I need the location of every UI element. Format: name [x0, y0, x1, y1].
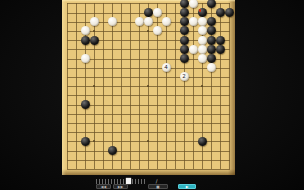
board-cell[interactable]: [162, 17, 171, 26]
board-cell[interactable]: [108, 146, 117, 155]
board-cell[interactable]: [99, 91, 108, 100]
board-cell[interactable]: [135, 146, 144, 155]
board-cell[interactable]: [135, 63, 144, 72]
board-cell[interactable]: [189, 81, 198, 90]
board-cell[interactable]: [153, 63, 162, 72]
board-cell[interactable]: [225, 8, 234, 17]
board-cell[interactable]: [189, 45, 198, 54]
board-cell[interactable]: [216, 155, 225, 164]
board-cell[interactable]: [117, 8, 126, 17]
board-cell[interactable]: [72, 81, 81, 90]
board-cell[interactable]: [144, 81, 153, 90]
board-cell[interactable]: [117, 81, 126, 90]
board-cell[interactable]: [72, 0, 81, 8]
board-cell[interactable]: [126, 26, 135, 35]
board-cell[interactable]: [126, 155, 135, 164]
board-cell[interactable]: [216, 137, 225, 146]
board-cell[interactable]: [153, 0, 162, 8]
board-cell[interactable]: [225, 100, 234, 109]
board-cell[interactable]: [171, 100, 180, 109]
board-cell[interactable]: [207, 8, 216, 17]
board-cell[interactable]: [135, 81, 144, 90]
board-cell[interactable]: [117, 164, 126, 173]
board-cell[interactable]: [216, 109, 225, 118]
board-cell[interactable]: [171, 8, 180, 17]
go-board[interactable]: 42: [62, 0, 235, 175]
board-cell[interactable]: [189, 17, 198, 26]
board-cell[interactable]: [144, 54, 153, 63]
board-cell[interactable]: [207, 146, 216, 155]
board-cell[interactable]: [153, 137, 162, 146]
board-cell[interactable]: [117, 45, 126, 54]
board-cell[interactable]: [153, 17, 162, 26]
board-cell[interactable]: [72, 146, 81, 155]
board-cell[interactable]: [90, 72, 99, 81]
board-cell[interactable]: [207, 127, 216, 136]
board-cell[interactable]: [90, 54, 99, 63]
board-cell[interactable]: [63, 63, 72, 72]
board-cell[interactable]: [108, 81, 117, 90]
board-cell[interactable]: [162, 0, 171, 8]
board-cell[interactable]: [72, 72, 81, 81]
board-cell[interactable]: [81, 35, 90, 44]
board-cell[interactable]: [225, 0, 234, 8]
board-cell[interactable]: [99, 26, 108, 35]
board-cell[interactable]: [189, 72, 198, 81]
board-cell[interactable]: [216, 91, 225, 100]
board-cell[interactable]: [99, 146, 108, 155]
board-cell[interactable]: [126, 35, 135, 44]
board-cell[interactable]: [135, 8, 144, 17]
board-cell[interactable]: [162, 146, 171, 155]
board-cell[interactable]: [135, 91, 144, 100]
board-cell[interactable]: [99, 54, 108, 63]
board-cell[interactable]: [189, 100, 198, 109]
board-cell[interactable]: [171, 137, 180, 146]
board-cell[interactable]: [90, 100, 99, 109]
board-cell[interactable]: [225, 164, 234, 173]
board-cell[interactable]: [144, 45, 153, 54]
board-cell[interactable]: [189, 127, 198, 136]
board-cell[interactable]: [180, 100, 189, 109]
board-cell[interactable]: [135, 17, 144, 26]
board-cell[interactable]: [81, 26, 90, 35]
board-cell[interactable]: [72, 127, 81, 136]
board-cell[interactable]: [126, 45, 135, 54]
board-cell[interactable]: [198, 0, 207, 8]
board-cell[interactable]: [63, 72, 72, 81]
board-cell[interactable]: [108, 164, 117, 173]
board-cell[interactable]: [72, 109, 81, 118]
board-cell[interactable]: [81, 63, 90, 72]
board-cell[interactable]: [153, 127, 162, 136]
board-cell[interactable]: [99, 127, 108, 136]
board-cell[interactable]: [162, 8, 171, 17]
board-cell[interactable]: [216, 0, 225, 8]
board-cell[interactable]: [135, 35, 144, 44]
board-cell[interactable]: [171, 146, 180, 155]
board-cell[interactable]: [207, 81, 216, 90]
board-cell[interactable]: [198, 146, 207, 155]
board-cell[interactable]: [81, 17, 90, 26]
board-cell[interactable]: [189, 54, 198, 63]
board-cell[interactable]: [180, 0, 189, 8]
board-cell[interactable]: [126, 127, 135, 136]
board-cell[interactable]: [81, 109, 90, 118]
board-cell[interactable]: [216, 127, 225, 136]
board-cell[interactable]: [90, 91, 99, 100]
board-cell[interactable]: [207, 63, 216, 72]
board-cell[interactable]: [117, 26, 126, 35]
board-cell[interactable]: [162, 100, 171, 109]
board-cell[interactable]: [63, 54, 72, 63]
board-cell[interactable]: [198, 63, 207, 72]
board-cell[interactable]: [135, 127, 144, 136]
board-cell[interactable]: [90, 127, 99, 136]
board-cell[interactable]: [90, 45, 99, 54]
board-cell[interactable]: [162, 54, 171, 63]
board-cell[interactable]: [135, 45, 144, 54]
board-cell[interactable]: [72, 164, 81, 173]
board-cell[interactable]: [126, 54, 135, 63]
board-cell[interactable]: [117, 155, 126, 164]
board-cell[interactable]: [198, 26, 207, 35]
board-cell[interactable]: [90, 26, 99, 35]
board-cell[interactable]: [225, 118, 234, 127]
board-cell[interactable]: [126, 100, 135, 109]
board-cell[interactable]: [63, 155, 72, 164]
board-cell[interactable]: [171, 17, 180, 26]
board-cell[interactable]: [144, 137, 153, 146]
board-cell[interactable]: [207, 17, 216, 26]
board-cell[interactable]: [207, 0, 216, 8]
board-cell[interactable]: [153, 100, 162, 109]
board-cell[interactable]: [63, 8, 72, 17]
board-cell[interactable]: [171, 26, 180, 35]
board-cell[interactable]: [153, 146, 162, 155]
board-cell[interactable]: [126, 0, 135, 8]
play-button[interactable]: ▶: [178, 184, 196, 189]
board-cell[interactable]: [189, 155, 198, 164]
board-cell[interactable]: [81, 8, 90, 17]
board-cell[interactable]: [180, 81, 189, 90]
board-cell[interactable]: [171, 81, 180, 90]
board-cell[interactable]: [99, 100, 108, 109]
board-cell[interactable]: [81, 146, 90, 155]
board-cell[interactable]: [63, 91, 72, 100]
board-cell[interactable]: [126, 72, 135, 81]
board-cell[interactable]: [162, 81, 171, 90]
board-cell[interactable]: [153, 81, 162, 90]
board-cell[interactable]: [144, 164, 153, 173]
board-cell[interactable]: [63, 109, 72, 118]
board-cell[interactable]: [117, 137, 126, 146]
board-cell[interactable]: [171, 45, 180, 54]
board-cell[interactable]: [162, 127, 171, 136]
board-cell[interactable]: [180, 118, 189, 127]
board-cell[interactable]: [72, 63, 81, 72]
board-cell[interactable]: [189, 118, 198, 127]
board-cell[interactable]: [180, 155, 189, 164]
board-cell[interactable]: [171, 35, 180, 44]
board-cell[interactable]: [135, 155, 144, 164]
board-cell[interactable]: [99, 109, 108, 118]
board-cell[interactable]: [144, 118, 153, 127]
board-cell[interactable]: [171, 155, 180, 164]
board-cell[interactable]: [90, 164, 99, 173]
board-cell[interactable]: [189, 0, 198, 8]
board-cell[interactable]: [180, 8, 189, 17]
board-cell[interactable]: [90, 146, 99, 155]
board-cell[interactable]: [81, 91, 90, 100]
board-cell[interactable]: [81, 54, 90, 63]
board-cell[interactable]: [117, 63, 126, 72]
board-cell[interactable]: [108, 26, 117, 35]
board-cell[interactable]: [198, 35, 207, 44]
board-cell[interactable]: [153, 109, 162, 118]
board-cell[interactable]: [189, 164, 198, 173]
board-cell[interactable]: [171, 127, 180, 136]
board-cell[interactable]: [171, 118, 180, 127]
board-cell[interactable]: [225, 109, 234, 118]
board-cell[interactable]: [171, 54, 180, 63]
board-cell[interactable]: [108, 35, 117, 44]
board-cell[interactable]: [207, 45, 216, 54]
board-cell[interactable]: [63, 127, 72, 136]
board-cell[interactable]: [198, 17, 207, 26]
board-cell[interactable]: [72, 91, 81, 100]
stop-button[interactable]: ■: [148, 184, 168, 189]
board-cell[interactable]: [81, 72, 90, 81]
board-cell[interactable]: [198, 81, 207, 90]
board-cell[interactable]: [108, 45, 117, 54]
board-cell[interactable]: [171, 63, 180, 72]
board-cell[interactable]: [108, 8, 117, 17]
board-cell[interactable]: [198, 127, 207, 136]
board-cell[interactable]: [117, 127, 126, 136]
board-cell[interactable]: [216, 35, 225, 44]
board-cell[interactable]: [135, 72, 144, 81]
board-cell[interactable]: [189, 91, 198, 100]
board-cell[interactable]: [135, 109, 144, 118]
board-cell[interactable]: [198, 137, 207, 146]
board-cell[interactable]: [117, 109, 126, 118]
board-cell[interactable]: [63, 0, 72, 8]
board-cell[interactable]: [225, 81, 234, 90]
board-cell[interactable]: [99, 155, 108, 164]
board-cell[interactable]: [153, 45, 162, 54]
board-cell[interactable]: [153, 35, 162, 44]
board-cell[interactable]: [198, 118, 207, 127]
board-cell[interactable]: [171, 72, 180, 81]
board-cell[interactable]: [108, 100, 117, 109]
board-cell[interactable]: [207, 118, 216, 127]
board-cell[interactable]: [180, 35, 189, 44]
board-cell[interactable]: [225, 35, 234, 44]
board-cell[interactable]: [216, 118, 225, 127]
board-cell[interactable]: [108, 137, 117, 146]
board-cell[interactable]: [117, 72, 126, 81]
board-cell[interactable]: [207, 91, 216, 100]
board-cell[interactable]: [225, 45, 234, 54]
board-cell[interactable]: [180, 17, 189, 26]
board-cell[interactable]: [126, 63, 135, 72]
board-cell[interactable]: [144, 8, 153, 17]
board-cell[interactable]: [180, 63, 189, 72]
board-cell[interactable]: [99, 45, 108, 54]
board-cell[interactable]: [117, 54, 126, 63]
board-cell[interactable]: [90, 155, 99, 164]
board-cell[interactable]: [126, 137, 135, 146]
board-cell[interactable]: [153, 8, 162, 17]
board-cell[interactable]: [117, 146, 126, 155]
board-cell[interactable]: [216, 8, 225, 17]
board-cell[interactable]: [162, 45, 171, 54]
board-cell[interactable]: [90, 8, 99, 17]
board-cell[interactable]: [72, 26, 81, 35]
board-cell[interactable]: [63, 146, 72, 155]
board-cell[interactable]: [72, 137, 81, 146]
board-cell[interactable]: [153, 54, 162, 63]
board-cell[interactable]: [72, 118, 81, 127]
board-cell[interactable]: [180, 91, 189, 100]
board-cell[interactable]: [144, 0, 153, 8]
board-cell[interactable]: [171, 109, 180, 118]
board-cell[interactable]: [99, 81, 108, 90]
board-cell[interactable]: [144, 127, 153, 136]
board-cell[interactable]: [63, 35, 72, 44]
board-cell[interactable]: [63, 164, 72, 173]
board-cell[interactable]: [162, 72, 171, 81]
board-cell[interactable]: [198, 109, 207, 118]
board-cell[interactable]: [216, 45, 225, 54]
board-cell[interactable]: 4: [162, 63, 171, 72]
board-cell[interactable]: [207, 109, 216, 118]
board-cell[interactable]: [144, 146, 153, 155]
board-cell[interactable]: [99, 17, 108, 26]
board-cell[interactable]: [144, 63, 153, 72]
board-cell[interactable]: [207, 155, 216, 164]
board-cell[interactable]: [81, 127, 90, 136]
board-cell[interactable]: [216, 17, 225, 26]
board-cell[interactable]: [108, 155, 117, 164]
board-cell[interactable]: [63, 17, 72, 26]
board-cell[interactable]: [144, 91, 153, 100]
board-cell[interactable]: [144, 26, 153, 35]
board-cell[interactable]: [225, 54, 234, 63]
board-cell[interactable]: [180, 164, 189, 173]
board-cell[interactable]: [126, 8, 135, 17]
board-cell[interactable]: [135, 26, 144, 35]
board-cell[interactable]: [135, 54, 144, 63]
board-cell[interactable]: [99, 72, 108, 81]
board-cell[interactable]: [216, 81, 225, 90]
rewind-button[interactable]: ◀◀: [96, 184, 111, 189]
board-cell[interactable]: [108, 91, 117, 100]
board-cell[interactable]: [81, 155, 90, 164]
board-cell[interactable]: [144, 100, 153, 109]
board-cell[interactable]: [81, 100, 90, 109]
board-cell[interactable]: [144, 109, 153, 118]
board-cell[interactable]: [99, 137, 108, 146]
board-cell[interactable]: [63, 137, 72, 146]
board-cell[interactable]: [135, 118, 144, 127]
board-cell[interactable]: [81, 164, 90, 173]
board-cell[interactable]: [63, 118, 72, 127]
board-cell[interactable]: [153, 26, 162, 35]
board-cell[interactable]: [144, 155, 153, 164]
board-cell[interactable]: [216, 164, 225, 173]
board-cell[interactable]: [90, 81, 99, 90]
board-cell[interactable]: [180, 146, 189, 155]
board-cell[interactable]: [180, 45, 189, 54]
board-cell[interactable]: [189, 63, 198, 72]
board-cell[interactable]: [216, 54, 225, 63]
board-cell[interactable]: [90, 118, 99, 127]
board-cell[interactable]: [81, 137, 90, 146]
board-cell[interactable]: [108, 17, 117, 26]
board-cell[interactable]: [198, 54, 207, 63]
board-cell[interactable]: [153, 118, 162, 127]
board-cell[interactable]: [189, 35, 198, 44]
board-cell[interactable]: [126, 81, 135, 90]
board-cell[interactable]: [153, 155, 162, 164]
board-cell[interactable]: [126, 118, 135, 127]
board-cell[interactable]: [81, 81, 90, 90]
board-cell[interactable]: [126, 109, 135, 118]
board-cell[interactable]: [171, 164, 180, 173]
board-cell[interactable]: [189, 109, 198, 118]
board-cell[interactable]: [216, 26, 225, 35]
board-cell[interactable]: [225, 137, 234, 146]
board-cell[interactable]: [180, 137, 189, 146]
board-cell[interactable]: [198, 155, 207, 164]
board-cell[interactable]: [72, 155, 81, 164]
board-cell[interactable]: [225, 63, 234, 72]
board-cell[interactable]: [126, 146, 135, 155]
board-cell[interactable]: [135, 0, 144, 8]
board-cell[interactable]: [207, 164, 216, 173]
board-cell[interactable]: [81, 0, 90, 8]
board-cell[interactable]: [198, 91, 207, 100]
board-cell[interactable]: [180, 26, 189, 35]
board-cell[interactable]: [108, 109, 117, 118]
board-cell[interactable]: [135, 137, 144, 146]
board-cell[interactable]: [189, 146, 198, 155]
board-cell[interactable]: [126, 17, 135, 26]
board-cell[interactable]: [108, 72, 117, 81]
back-button[interactable]: ▶▶: [113, 184, 128, 189]
board-cell[interactable]: [198, 164, 207, 173]
board-cell[interactable]: [153, 164, 162, 173]
board-cell[interactable]: [162, 155, 171, 164]
board-cell[interactable]: [63, 45, 72, 54]
board-cell[interactable]: [99, 0, 108, 8]
board-cell[interactable]: [225, 26, 234, 35]
board-cell[interactable]: [126, 91, 135, 100]
board-cell[interactable]: [225, 17, 234, 26]
board-cell[interactable]: [225, 146, 234, 155]
board-cell[interactable]: [207, 100, 216, 109]
board-cell[interactable]: [99, 35, 108, 44]
board-cell[interactable]: [90, 0, 99, 8]
board-cell[interactable]: [63, 26, 72, 35]
board-cell[interactable]: [162, 35, 171, 44]
board-cell[interactable]: [135, 164, 144, 173]
board-cell[interactable]: [117, 118, 126, 127]
board-cell[interactable]: [108, 54, 117, 63]
board-cell[interactable]: [63, 81, 72, 90]
